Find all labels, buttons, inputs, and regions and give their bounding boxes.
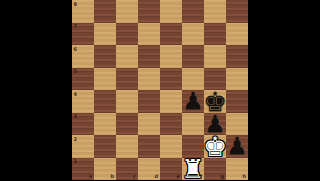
file-label-b: b (110, 174, 114, 179)
square-h2[interactable]: ♟ (226, 135, 248, 158)
square-d1[interactable]: d (138, 158, 160, 181)
rank-label-4: 4 (74, 92, 77, 97)
square-b2[interactable] (94, 135, 116, 158)
white-rook-f1[interactable]: ♜ (182, 158, 204, 181)
square-f1[interactable]: f♜ (182, 158, 204, 181)
square-e4[interactable] (160, 90, 182, 113)
square-h8[interactable] (226, 0, 248, 23)
square-b8[interactable] (94, 0, 116, 23)
square-a5[interactable]: 5 (72, 68, 94, 91)
square-d7[interactable] (138, 23, 160, 46)
square-d6[interactable] (138, 45, 160, 68)
square-b4[interactable] (94, 90, 116, 113)
square-d4[interactable] (138, 90, 160, 113)
square-f4[interactable]: ♟ (182, 90, 204, 113)
square-a7[interactable]: 7 (72, 23, 94, 46)
square-h1[interactable]: h (226, 158, 248, 181)
square-c5[interactable] (116, 68, 138, 91)
square-c4[interactable] (116, 90, 138, 113)
file-label-e: e (177, 174, 180, 179)
square-c2[interactable] (116, 135, 138, 158)
square-a1[interactable]: 1a (72, 158, 94, 181)
rank-label-8: 8 (74, 2, 77, 7)
chess-board: 87654♟♚3♟2♚♟1abcdef♜gh (72, 0, 248, 180)
file-label-h: h (242, 174, 246, 179)
square-b7[interactable] (94, 23, 116, 46)
file-label-g: g (220, 174, 224, 179)
square-f7[interactable] (182, 23, 204, 46)
square-a8[interactable]: 8 (72, 0, 94, 23)
square-a3[interactable]: 3 (72, 113, 94, 136)
rank-label-1: 1 (74, 159, 77, 164)
square-g1[interactable]: g (204, 158, 226, 181)
square-e2[interactable] (160, 135, 182, 158)
square-d3[interactable] (138, 113, 160, 136)
white-king-g2[interactable]: ♚ (204, 135, 226, 158)
square-e5[interactable] (160, 68, 182, 91)
rank-label-6: 6 (74, 47, 77, 52)
square-b3[interactable] (94, 113, 116, 136)
square-b5[interactable] (94, 68, 116, 91)
rank-label-7: 7 (74, 24, 77, 29)
square-d2[interactable] (138, 135, 160, 158)
square-c6[interactable] (116, 45, 138, 68)
square-c7[interactable] (116, 23, 138, 46)
square-g7[interactable] (204, 23, 226, 46)
rank-label-2: 2 (74, 137, 77, 142)
square-d5[interactable] (138, 68, 160, 91)
screenshot-background: 87654♟♚3♟2♚♟1abcdef♜gh (0, 0, 320, 180)
square-e1[interactable]: e (160, 158, 182, 181)
square-c8[interactable] (116, 0, 138, 23)
black-pawn-h2[interactable]: ♟ (226, 135, 248, 158)
square-a2[interactable]: 2 (72, 135, 94, 158)
square-e7[interactable] (160, 23, 182, 46)
square-g2[interactable]: ♚ (204, 135, 226, 158)
square-b6[interactable] (94, 45, 116, 68)
square-h4[interactable] (226, 90, 248, 113)
square-g8[interactable] (204, 0, 226, 23)
square-e6[interactable] (160, 45, 182, 68)
file-label-d: d (154, 174, 158, 179)
square-h5[interactable] (226, 68, 248, 91)
square-h6[interactable] (226, 45, 248, 68)
square-e8[interactable] (160, 0, 182, 23)
square-c3[interactable] (116, 113, 138, 136)
square-a4[interactable]: 4 (72, 90, 94, 113)
square-d8[interactable] (138, 0, 160, 23)
square-g6[interactable] (204, 45, 226, 68)
file-label-c: c (133, 174, 136, 179)
square-f6[interactable] (182, 45, 204, 68)
square-e3[interactable] (160, 113, 182, 136)
square-f3[interactable] (182, 113, 204, 136)
rank-label-5: 5 (74, 69, 77, 74)
black-pawn-f4[interactable]: ♟ (182, 90, 204, 113)
square-c1[interactable]: c (116, 158, 138, 181)
square-b1[interactable]: b (94, 158, 116, 181)
square-f8[interactable] (182, 0, 204, 23)
rank-label-3: 3 (74, 114, 77, 119)
square-a6[interactable]: 6 (72, 45, 94, 68)
file-label-a: a (89, 174, 92, 179)
square-h7[interactable] (226, 23, 248, 46)
